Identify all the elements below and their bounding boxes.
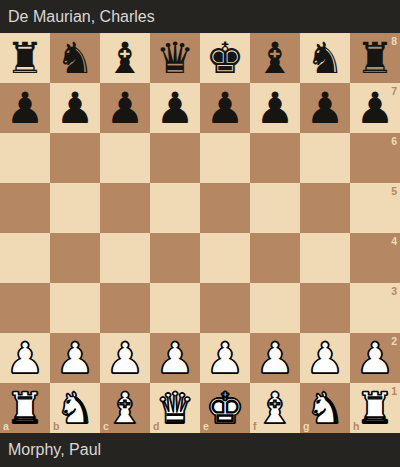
square-e1[interactable]: ♚e (200, 383, 250, 433)
player-top-name: De Maurian, Charles (8, 9, 155, 25)
square-h6[interactable]: 6 (350, 133, 400, 183)
player-bottom-name: Morphy, Paul (8, 442, 101, 458)
file-label-f: f (253, 421, 257, 432)
square-f3[interactable] (250, 283, 300, 333)
white-pawn[interactable]: ♟ (256, 333, 295, 383)
white-knight[interactable]: ♞ (56, 383, 95, 433)
rank-label-8: 8 (391, 36, 397, 47)
rank-label-7: 7 (391, 86, 397, 97)
square-a2[interactable]: ♟ (0, 333, 50, 383)
square-h2[interactable]: ♟2 (350, 333, 400, 383)
square-b3[interactable] (50, 283, 100, 333)
square-h7[interactable]: ♟7 (350, 83, 400, 133)
square-c4[interactable] (100, 233, 150, 283)
white-bishop[interactable]: ♝ (106, 383, 145, 433)
player-bottom-bar: Morphy, Paul (0, 433, 400, 467)
square-h8[interactable]: ♜8 (350, 33, 400, 83)
square-g4[interactable] (300, 233, 350, 283)
square-e5[interactable] (200, 183, 250, 233)
square-c7[interactable]: ♟ (100, 83, 150, 133)
white-bishop[interactable]: ♝ (256, 383, 295, 433)
white-rook[interactable]: ♜ (6, 383, 45, 433)
black-rook[interactable]: ♜ (356, 33, 395, 83)
white-pawn[interactable]: ♟ (206, 333, 245, 383)
square-f5[interactable] (250, 183, 300, 233)
square-f4[interactable] (250, 233, 300, 283)
white-knight[interactable]: ♞ (306, 383, 345, 433)
black-queen[interactable]: ♛ (156, 33, 195, 83)
player-top-bar: De Maurian, Charles (0, 0, 400, 33)
square-d1[interactable]: ♛d (150, 383, 200, 433)
square-b8[interactable]: ♞ (50, 33, 100, 83)
black-pawn[interactable]: ♟ (206, 83, 245, 133)
square-g5[interactable] (300, 183, 350, 233)
square-c1[interactable]: ♝c (100, 383, 150, 433)
black-pawn[interactable]: ♟ (6, 83, 45, 133)
square-b7[interactable]: ♟ (50, 83, 100, 133)
square-b6[interactable] (50, 133, 100, 183)
square-a7[interactable]: ♟ (0, 83, 50, 133)
square-c3[interactable] (100, 283, 150, 333)
black-pawn[interactable]: ♟ (56, 83, 95, 133)
rank-label-1: 1 (391, 386, 397, 397)
square-e2[interactable]: ♟ (200, 333, 250, 383)
white-pawn[interactable]: ♟ (356, 333, 395, 383)
square-e4[interactable] (200, 233, 250, 283)
square-f6[interactable] (250, 133, 300, 183)
black-pawn[interactable]: ♟ (256, 83, 295, 133)
white-pawn[interactable]: ♟ (156, 333, 195, 383)
white-pawn[interactable]: ♟ (6, 333, 45, 383)
square-a1[interactable]: ♜a (0, 383, 50, 433)
square-a4[interactable] (0, 233, 50, 283)
black-pawn[interactable]: ♟ (356, 83, 395, 133)
square-g2[interactable]: ♟ (300, 333, 350, 383)
rank-label-3: 3 (391, 286, 397, 297)
file-label-b: b (53, 421, 59, 432)
square-d3[interactable] (150, 283, 200, 333)
black-knight[interactable]: ♞ (56, 33, 95, 83)
file-label-h: h (353, 421, 359, 432)
black-pawn[interactable]: ♟ (156, 83, 195, 133)
square-a3[interactable] (0, 283, 50, 333)
square-d6[interactable] (150, 133, 200, 183)
square-f7[interactable]: ♟ (250, 83, 300, 133)
black-king[interactable]: ♚ (206, 33, 245, 83)
square-f2[interactable]: ♟ (250, 333, 300, 383)
file-label-e: e (203, 421, 209, 432)
white-queen[interactable]: ♛ (156, 383, 195, 433)
black-bishop[interactable]: ♝ (256, 33, 295, 83)
square-e8[interactable]: ♚ (200, 33, 250, 83)
rank-label-5: 5 (391, 186, 397, 197)
square-d2[interactable]: ♟ (150, 333, 200, 383)
square-d7[interactable]: ♟ (150, 83, 200, 133)
file-label-a: a (3, 421, 9, 432)
file-label-d: d (153, 421, 159, 432)
square-a6[interactable] (0, 133, 50, 183)
square-d5[interactable] (150, 183, 200, 233)
rank-label-4: 4 (391, 236, 397, 247)
square-a5[interactable] (0, 183, 50, 233)
black-pawn[interactable]: ♟ (306, 83, 345, 133)
square-c5[interactable] (100, 183, 150, 233)
file-label-g: g (303, 421, 309, 432)
chess-board[interactable]: ♜♞♝♛♚♝♞♜8♟♟♟♟♟♟♟♟76543♟♟♟♟♟♟♟♟2♜a♞b♝c♛d♚… (0, 33, 400, 433)
square-f8[interactable]: ♝ (250, 33, 300, 83)
square-g1[interactable]: ♞g (300, 383, 350, 433)
square-a8[interactable]: ♜ (0, 33, 50, 83)
rank-label-6: 6 (391, 136, 397, 147)
square-g3[interactable] (300, 283, 350, 333)
square-e6[interactable] (200, 133, 250, 183)
white-king[interactable]: ♚ (206, 383, 245, 433)
black-rook[interactable]: ♜ (6, 33, 45, 83)
square-b1[interactable]: ♞b (50, 383, 100, 433)
square-b2[interactable]: ♟ (50, 333, 100, 383)
square-g6[interactable] (300, 133, 350, 183)
black-knight[interactable]: ♞ (306, 33, 345, 83)
square-h1[interactable]: ♜1h (350, 383, 400, 433)
square-b5[interactable] (50, 183, 100, 233)
square-c2[interactable]: ♟ (100, 333, 150, 383)
white-pawn[interactable]: ♟ (56, 333, 95, 383)
white-pawn[interactable]: ♟ (306, 333, 345, 383)
black-bishop[interactable]: ♝ (106, 33, 145, 83)
square-h4[interactable]: 4 (350, 233, 400, 283)
square-e3[interactable] (200, 283, 250, 333)
square-c8[interactable]: ♝ (100, 33, 150, 83)
file-label-c: c (103, 421, 109, 432)
square-h5[interactable]: 5 (350, 183, 400, 233)
white-rook[interactable]: ♜ (356, 383, 395, 433)
square-d8[interactable]: ♛ (150, 33, 200, 83)
square-g8[interactable]: ♞ (300, 33, 350, 83)
square-g7[interactable]: ♟ (300, 83, 350, 133)
square-f1[interactable]: ♝f (250, 383, 300, 433)
square-e7[interactable]: ♟ (200, 83, 250, 133)
white-pawn[interactable]: ♟ (106, 333, 145, 383)
square-h3[interactable]: 3 (350, 283, 400, 333)
square-c6[interactable] (100, 133, 150, 183)
black-pawn[interactable]: ♟ (106, 83, 145, 133)
square-b4[interactable] (50, 233, 100, 283)
rank-label-2: 2 (391, 336, 397, 347)
square-d4[interactable] (150, 233, 200, 283)
